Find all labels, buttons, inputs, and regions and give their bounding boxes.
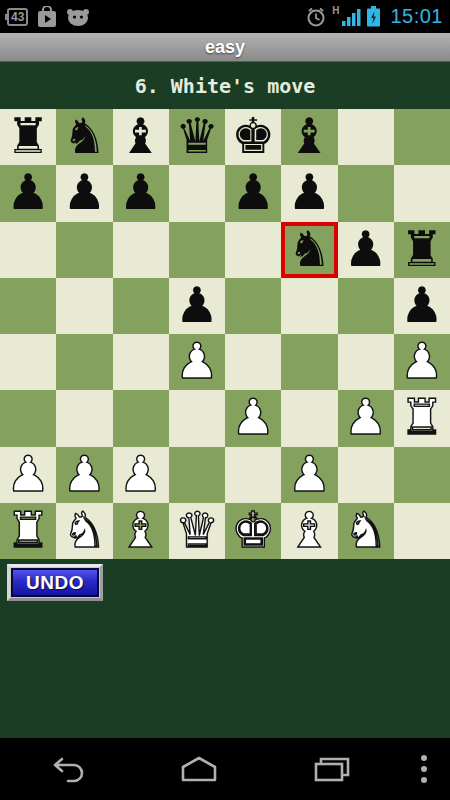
piece-black-pawn: ♟ [231, 165, 275, 221]
square-c1[interactable]: ♝ [113, 503, 169, 559]
piece-white-rook: ♜ [6, 503, 50, 559]
square-h2[interactable] [394, 447, 450, 503]
piece-white-knight: ♞ [344, 503, 388, 559]
piece-black-pawn: ♟ [344, 222, 388, 278]
square-b3[interactable] [56, 390, 112, 446]
piece-black-pawn: ♟ [175, 278, 219, 334]
square-g6[interactable]: ♟ [338, 222, 394, 278]
back-icon[interactable] [0, 755, 133, 783]
piece-black-rook: ♜ [400, 222, 444, 278]
piece-black-bishop: ♝ [119, 109, 163, 165]
square-b6[interactable] [56, 222, 112, 278]
undo-button-frame: UNDO [7, 564, 103, 601]
square-h1[interactable] [394, 503, 450, 559]
piece-black-knight: ♞ [62, 109, 106, 165]
square-a4[interactable] [0, 334, 56, 390]
square-b1[interactable]: ♞ [56, 503, 112, 559]
square-e4[interactable] [225, 334, 281, 390]
square-g3[interactable]: ♟ [338, 390, 394, 446]
square-g8[interactable] [338, 109, 394, 165]
piece-white-pawn: ♟ [344, 390, 388, 446]
square-c6[interactable] [113, 222, 169, 278]
square-f2[interactable]: ♟ [281, 447, 337, 503]
piece-black-queen: ♛ [175, 109, 219, 165]
square-h5[interactable]: ♟ [394, 278, 450, 334]
square-f6[interactable]: ♞ [281, 222, 337, 278]
network-type-label: H [332, 5, 339, 16]
piece-black-king: ♚ [231, 109, 275, 165]
square-g1[interactable]: ♞ [338, 503, 394, 559]
android-robot-icon [66, 8, 90, 26]
title-bar: easy [0, 33, 450, 62]
piece-black-pawn: ♟ [287, 165, 331, 221]
piece-white-pawn: ♟ [400, 334, 444, 390]
square-e6[interactable] [225, 222, 281, 278]
square-b7[interactable]: ♟ [56, 165, 112, 221]
square-h4[interactable]: ♟ [394, 334, 450, 390]
home-icon[interactable] [133, 756, 266, 782]
square-e8[interactable]: ♚ [225, 109, 281, 165]
square-d1[interactable]: ♛ [169, 503, 225, 559]
square-e3[interactable]: ♟ [225, 390, 281, 446]
piece-white-queen: ♛ [175, 503, 219, 559]
square-a7[interactable]: ♟ [0, 165, 56, 221]
square-d7[interactable] [169, 165, 225, 221]
status-bar: 43 H [0, 0, 450, 33]
play-store-icon [37, 6, 57, 28]
square-h7[interactable] [394, 165, 450, 221]
square-c3[interactable] [113, 390, 169, 446]
square-h6[interactable]: ♜ [394, 222, 450, 278]
square-f4[interactable] [281, 334, 337, 390]
piece-black-pawn: ♟ [62, 165, 106, 221]
status-bar-right: H 15:01 [306, 5, 443, 28]
nav-group [0, 755, 398, 783]
piece-white-pawn: ♟ [119, 447, 163, 503]
square-a2[interactable]: ♟ [0, 447, 56, 503]
square-f1[interactable]: ♝ [281, 503, 337, 559]
undo-button[interactable]: UNDO [11, 568, 99, 597]
square-e7[interactable]: ♟ [225, 165, 281, 221]
nav-bar [0, 738, 450, 800]
square-f5[interactable] [281, 278, 337, 334]
square-d4[interactable]: ♟ [169, 334, 225, 390]
square-d2[interactable] [169, 447, 225, 503]
piece-white-bishop: ♝ [119, 503, 163, 559]
square-c8[interactable]: ♝ [113, 109, 169, 165]
menu-icon[interactable] [398, 754, 450, 784]
status-bar-left: 43 [7, 6, 306, 28]
square-c4[interactable] [113, 334, 169, 390]
square-d8[interactable]: ♛ [169, 109, 225, 165]
piece-white-rook: ♜ [400, 390, 444, 446]
square-b8[interactable]: ♞ [56, 109, 112, 165]
square-c5[interactable] [113, 278, 169, 334]
square-b4[interactable] [56, 334, 112, 390]
square-a6[interactable] [0, 222, 56, 278]
square-h3[interactable]: ♜ [394, 390, 450, 446]
square-b2[interactable]: ♟ [56, 447, 112, 503]
alarm-icon [306, 7, 326, 27]
move-header: 6. White's move [0, 62, 450, 109]
square-d6[interactable] [169, 222, 225, 278]
square-a5[interactable] [0, 278, 56, 334]
piece-white-pawn: ♟ [6, 447, 50, 503]
square-d3[interactable] [169, 390, 225, 446]
piece-white-bishop: ♝ [287, 503, 331, 559]
square-g2[interactable] [338, 447, 394, 503]
square-f3[interactable] [281, 390, 337, 446]
piece-black-knight: ♞ [287, 222, 331, 278]
square-d5[interactable]: ♟ [169, 278, 225, 334]
square-c2[interactable]: ♟ [113, 447, 169, 503]
square-f8[interactable]: ♝ [281, 109, 337, 165]
piece-white-pawn: ♟ [175, 334, 219, 390]
recents-icon[interactable] [265, 755, 398, 783]
square-b5[interactable] [56, 278, 112, 334]
square-f7[interactable]: ♟ [281, 165, 337, 221]
piece-white-pawn: ♟ [231, 390, 275, 446]
clock-time: 15:01 [390, 5, 443, 28]
square-e2[interactable] [225, 447, 281, 503]
square-e1[interactable]: ♚ [225, 503, 281, 559]
square-g5[interactable] [338, 278, 394, 334]
piece-white-knight: ♞ [62, 503, 106, 559]
piece-black-rook: ♜ [6, 109, 50, 165]
signal-bars-icon [342, 8, 361, 26]
piece-white-king: ♚ [231, 503, 275, 559]
square-a3[interactable] [0, 390, 56, 446]
square-g4[interactable] [338, 334, 394, 390]
square-h8[interactable] [394, 109, 450, 165]
piece-black-pawn: ♟ [6, 165, 50, 221]
square-g7[interactable] [338, 165, 394, 221]
piece-black-pawn: ♟ [119, 165, 163, 221]
battery-charging-icon [367, 6, 380, 27]
battery-percent-badge: 43 [7, 8, 28, 26]
square-e5[interactable] [225, 278, 281, 334]
square-a1[interactable]: ♜ [0, 503, 56, 559]
app-title: easy [205, 37, 245, 58]
chess-board[interactable]: ♜♞♝♛♚♝♟♟♟♟♟♞♟♜♟♟♟♟♟♟♜♟♟♟♟♜♞♝♛♚♝♞ [0, 109, 450, 559]
move-status-text: 6. White's move [135, 74, 316, 98]
square-c7[interactable]: ♟ [113, 165, 169, 221]
piece-black-pawn: ♟ [400, 278, 444, 334]
piece-black-bishop: ♝ [287, 109, 331, 165]
content-area: UNDO [0, 559, 450, 737]
piece-white-pawn: ♟ [62, 447, 106, 503]
piece-white-pawn: ♟ [287, 447, 331, 503]
square-a8[interactable]: ♜ [0, 109, 56, 165]
